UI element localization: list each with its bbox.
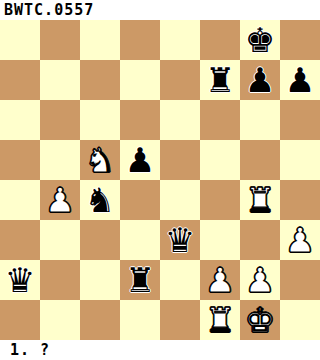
square-b2[interactable] — [40, 260, 80, 300]
white-pawn-icon: ♟ — [245, 260, 275, 300]
square-g5[interactable] — [240, 140, 280, 180]
square-e7[interactable] — [160, 60, 200, 100]
black-pawn-icon: ♟ — [245, 60, 275, 100]
white-pawn-icon: ♟ — [285, 220, 315, 260]
black-knight-icon: ♞ — [85, 180, 115, 220]
square-e4[interactable] — [160, 180, 200, 220]
square-e5[interactable] — [160, 140, 200, 180]
square-d7[interactable] — [120, 60, 160, 100]
square-d3[interactable] — [120, 220, 160, 260]
square-e2[interactable] — [160, 260, 200, 300]
square-h3[interactable]: ♟ — [280, 220, 320, 260]
square-f6[interactable] — [200, 100, 240, 140]
square-d5[interactable]: ♟ — [120, 140, 160, 180]
square-a8[interactable] — [0, 20, 40, 60]
square-f3[interactable] — [200, 220, 240, 260]
square-c6[interactable] — [80, 100, 120, 140]
black-rook-icon: ♜ — [125, 260, 155, 300]
puzzle-id: BWTC.0557 — [0, 0, 320, 20]
square-e6[interactable] — [160, 100, 200, 140]
square-c4[interactable]: ♞ — [80, 180, 120, 220]
black-king-icon: ♚ — [245, 20, 275, 60]
move-prompt: 1. ? — [0, 340, 320, 360]
black-pawn-icon: ♟ — [125, 140, 155, 180]
square-e3[interactable]: ♛ — [160, 220, 200, 260]
square-g8[interactable]: ♚ — [240, 20, 280, 60]
square-d2[interactable]: ♜ — [120, 260, 160, 300]
square-d6[interactable] — [120, 100, 160, 140]
white-pawn-icon: ♟ — [45, 180, 75, 220]
square-c5[interactable]: ♞ — [80, 140, 120, 180]
square-h4[interactable] — [280, 180, 320, 220]
square-b1[interactable] — [40, 300, 80, 340]
square-c1[interactable] — [80, 300, 120, 340]
square-h7[interactable]: ♟ — [280, 60, 320, 100]
square-b7[interactable] — [40, 60, 80, 100]
square-h6[interactable] — [280, 100, 320, 140]
square-a1[interactable] — [0, 300, 40, 340]
square-d1[interactable] — [120, 300, 160, 340]
square-c2[interactable] — [80, 260, 120, 300]
square-g3[interactable] — [240, 220, 280, 260]
square-h1[interactable] — [280, 300, 320, 340]
square-h2[interactable] — [280, 260, 320, 300]
square-c3[interactable] — [80, 220, 120, 260]
square-f5[interactable] — [200, 140, 240, 180]
square-d4[interactable] — [120, 180, 160, 220]
white-rook-icon: ♜ — [205, 300, 235, 340]
square-f8[interactable] — [200, 20, 240, 60]
square-h5[interactable] — [280, 140, 320, 180]
square-a6[interactable] — [0, 100, 40, 140]
chess-board: ♚♜♟♟♞♟♟♞♜♛♟♛♜♟♟♜♚ — [0, 20, 320, 340]
square-e1[interactable] — [160, 300, 200, 340]
square-c7[interactable] — [80, 60, 120, 100]
square-e8[interactable] — [160, 20, 200, 60]
square-b4[interactable]: ♟ — [40, 180, 80, 220]
white-pawn-icon: ♟ — [205, 260, 235, 300]
black-pawn-icon: ♟ — [285, 60, 315, 100]
white-rook-icon: ♜ — [245, 180, 275, 220]
square-a3[interactable] — [0, 220, 40, 260]
square-f1[interactable]: ♜ — [200, 300, 240, 340]
square-f4[interactable] — [200, 180, 240, 220]
square-f7[interactable]: ♜ — [200, 60, 240, 100]
square-b6[interactable] — [40, 100, 80, 140]
black-queen-icon: ♛ — [165, 220, 195, 260]
square-b5[interactable] — [40, 140, 80, 180]
square-a4[interactable] — [0, 180, 40, 220]
square-h8[interactable] — [280, 20, 320, 60]
white-knight-icon: ♞ — [85, 140, 115, 180]
square-f2[interactable]: ♟ — [200, 260, 240, 300]
square-c8[interactable] — [80, 20, 120, 60]
square-g7[interactable]: ♟ — [240, 60, 280, 100]
square-a2[interactable]: ♛ — [0, 260, 40, 300]
square-a5[interactable] — [0, 140, 40, 180]
square-g2[interactable]: ♟ — [240, 260, 280, 300]
square-g1[interactable]: ♚ — [240, 300, 280, 340]
chess-puzzle-window: BWTC.0557 ♚♜♟♟♞♟♟♞♜♛♟♛♜♟♟♜♚ 1. ? — [0, 0, 320, 360]
square-b3[interactable] — [40, 220, 80, 260]
white-king-icon: ♚ — [245, 300, 275, 340]
black-rook-icon: ♜ — [205, 60, 235, 100]
square-d8[interactable] — [120, 20, 160, 60]
square-b8[interactable] — [40, 20, 80, 60]
square-g6[interactable] — [240, 100, 280, 140]
square-g4[interactable]: ♜ — [240, 180, 280, 220]
black-queen-icon: ♛ — [5, 260, 35, 300]
square-a7[interactable] — [0, 60, 40, 100]
